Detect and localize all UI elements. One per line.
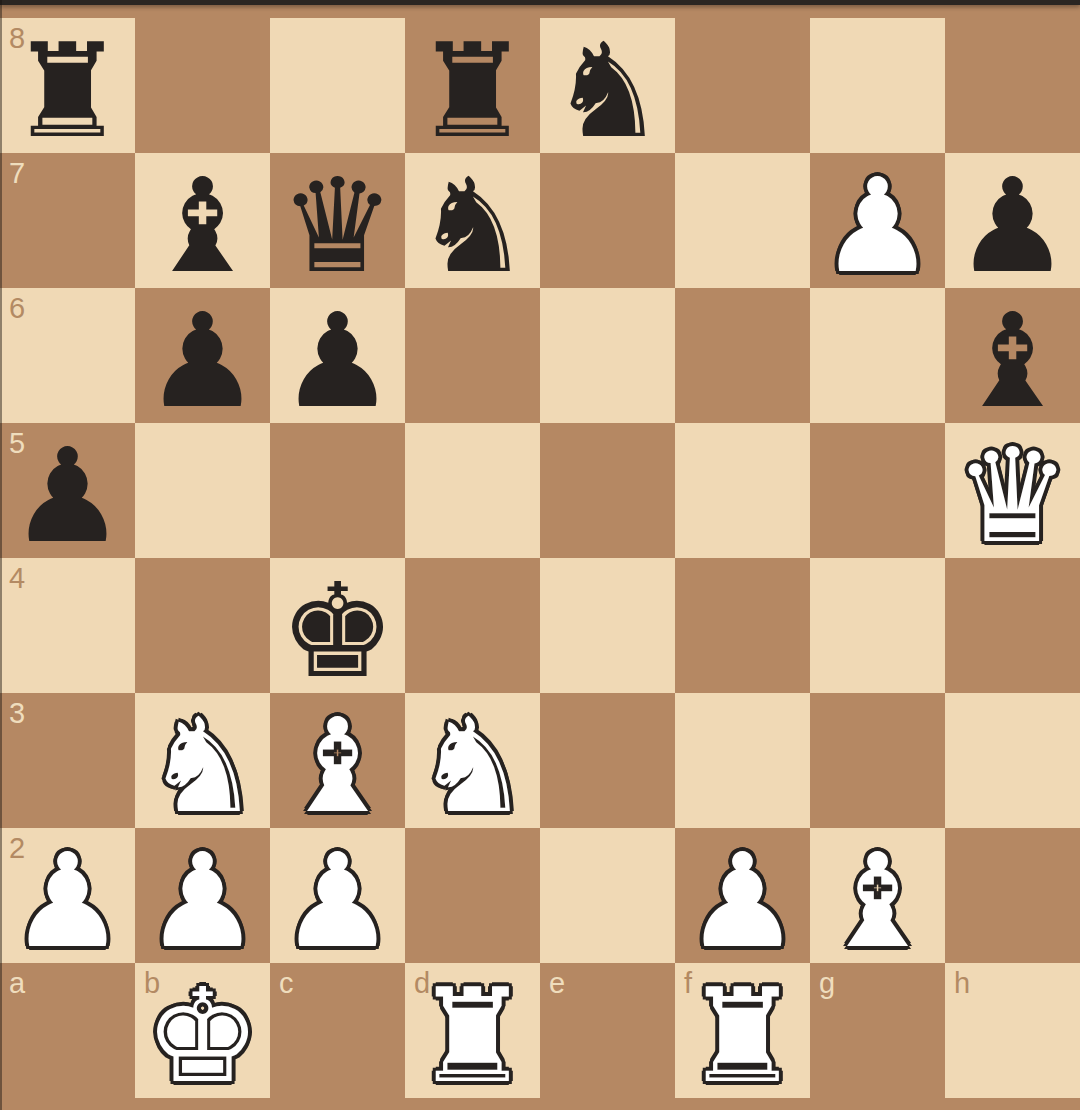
square-h6[interactable]: ♝ (945, 288, 1080, 423)
square-h3[interactable] (945, 693, 1080, 828)
square-a1[interactable]: a (0, 963, 135, 1098)
square-h4[interactable] (945, 558, 1080, 693)
square-c8[interactable] (270, 18, 405, 153)
square-a4[interactable]: 4 (0, 558, 135, 693)
square-b8[interactable] (135, 18, 270, 153)
white-queen-piece[interactable]: ♛ (954, 431, 1071, 561)
rank-label-3: 3 (9, 699, 25, 728)
square-e3[interactable] (540, 693, 675, 828)
black-bishop-piece[interactable]: ♝ (144, 161, 261, 291)
white-pawn-piece[interactable]: ♟ (684, 836, 801, 966)
app-screen: 8♜♜♞7♝♛♞♟♟6♟♟♝5♟♛4♚3♞♝♞2♟♟♟♟♝ab♚cd♜ef♜gh (0, 0, 1080, 1110)
square-b6[interactable]: ♟ (135, 288, 270, 423)
white-knight-piece[interactable]: ♞ (144, 701, 261, 831)
square-e7[interactable] (540, 153, 675, 288)
square-b1[interactable]: b♚ (135, 963, 270, 1098)
white-bishop-piece[interactable]: ♝ (819, 836, 936, 966)
square-g2[interactable]: ♝ (810, 828, 945, 963)
white-rook-piece[interactable]: ♜ (414, 971, 531, 1101)
square-h5[interactable]: ♛ (945, 423, 1080, 558)
square-c3[interactable]: ♝ (270, 693, 405, 828)
white-pawn-piece[interactable]: ♟ (279, 836, 396, 966)
file-label-c: c (279, 969, 294, 998)
square-e5[interactable] (540, 423, 675, 558)
square-f2[interactable]: ♟ (675, 828, 810, 963)
square-c5[interactable] (270, 423, 405, 558)
black-rook-piece[interactable]: ♜ (414, 26, 531, 156)
square-e8[interactable]: ♞ (540, 18, 675, 153)
square-h2[interactable] (945, 828, 1080, 963)
square-a5[interactable]: 5♟ (0, 423, 135, 558)
square-b4[interactable] (135, 558, 270, 693)
file-label-e: e (549, 969, 565, 998)
rank-label-7: 7 (9, 159, 25, 188)
white-bishop-piece[interactable]: ♝ (279, 701, 396, 831)
square-g3[interactable] (810, 693, 945, 828)
square-d2[interactable] (405, 828, 540, 963)
rank-label-4: 4 (9, 564, 25, 593)
square-b7[interactable]: ♝ (135, 153, 270, 288)
square-a6[interactable]: 6 (0, 288, 135, 423)
top-bar (0, 0, 1080, 5)
square-f3[interactable] (675, 693, 810, 828)
black-pawn-piece[interactable]: ♟ (954, 161, 1071, 291)
square-b3[interactable]: ♞ (135, 693, 270, 828)
square-g6[interactable] (810, 288, 945, 423)
square-e6[interactable] (540, 288, 675, 423)
square-f6[interactable] (675, 288, 810, 423)
square-f7[interactable] (675, 153, 810, 288)
square-g1[interactable]: g (810, 963, 945, 1098)
square-f5[interactable] (675, 423, 810, 558)
file-label-h: h (954, 969, 970, 998)
square-f4[interactable] (675, 558, 810, 693)
square-b2[interactable]: ♟ (135, 828, 270, 963)
square-g7[interactable]: ♟ (810, 153, 945, 288)
square-c2[interactable]: ♟ (270, 828, 405, 963)
square-c1[interactable]: c (270, 963, 405, 1098)
square-b5[interactable] (135, 423, 270, 558)
black-rook-piece[interactable]: ♜ (9, 26, 126, 156)
rank-label-6: 6 (9, 294, 25, 323)
square-d5[interactable] (405, 423, 540, 558)
square-c4[interactable]: ♚ (270, 558, 405, 693)
black-queen-piece[interactable]: ♛ (279, 161, 396, 291)
square-a8[interactable]: 8♜ (0, 18, 135, 153)
square-d6[interactable] (405, 288, 540, 423)
black-pawn-piece[interactable]: ♟ (144, 296, 261, 426)
white-pawn-piece[interactable]: ♟ (9, 836, 126, 966)
black-knight-piece[interactable]: ♞ (549, 26, 666, 156)
black-pawn-piece[interactable]: ♟ (279, 296, 396, 426)
black-bishop-piece[interactable]: ♝ (954, 296, 1071, 426)
square-f1[interactable]: f♜ (675, 963, 810, 1098)
chess-board: 8♜♜♞7♝♛♞♟♟6♟♟♝5♟♛4♚3♞♝♞2♟♟♟♟♝ab♚cd♜ef♜gh (0, 18, 1080, 1098)
square-e4[interactable] (540, 558, 675, 693)
file-label-a: a (9, 969, 25, 998)
square-h1[interactable]: h (945, 963, 1080, 1098)
file-label-g: g (819, 969, 835, 998)
square-a2[interactable]: 2♟ (0, 828, 135, 963)
white-knight-piece[interactable]: ♞ (414, 701, 531, 831)
square-g4[interactable] (810, 558, 945, 693)
square-c7[interactable]: ♛ (270, 153, 405, 288)
white-king-piece[interactable]: ♚ (144, 971, 261, 1101)
white-rook-piece[interactable]: ♜ (684, 971, 801, 1101)
black-pawn-piece[interactable]: ♟ (9, 431, 126, 561)
square-f8[interactable] (675, 18, 810, 153)
black-king-piece[interactable]: ♚ (279, 566, 396, 696)
square-e1[interactable]: e (540, 963, 675, 1098)
square-a3[interactable]: 3 (0, 693, 135, 828)
square-d8[interactable]: ♜ (405, 18, 540, 153)
square-h7[interactable]: ♟ (945, 153, 1080, 288)
square-e2[interactable] (540, 828, 675, 963)
square-d1[interactable]: d♜ (405, 963, 540, 1098)
square-g8[interactable] (810, 18, 945, 153)
square-d4[interactable] (405, 558, 540, 693)
square-a7[interactable]: 7 (0, 153, 135, 288)
white-pawn-piece[interactable]: ♟ (144, 836, 261, 966)
square-d7[interactable]: ♞ (405, 153, 540, 288)
square-g5[interactable] (810, 423, 945, 558)
screen-edge-shadow (0, 0, 2, 1110)
black-knight-piece[interactable]: ♞ (414, 161, 531, 291)
white-pawn-piece[interactable]: ♟ (819, 161, 936, 291)
square-h8[interactable] (945, 18, 1080, 153)
square-c6[interactable]: ♟ (270, 288, 405, 423)
square-d3[interactable]: ♞ (405, 693, 540, 828)
